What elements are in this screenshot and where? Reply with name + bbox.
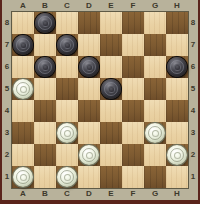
square-a2[interactable]: [12, 144, 34, 166]
checkers-board-window: ABCDEFGH ABCDEFGH 87654321 87654321: [0, 0, 200, 204]
square-b8[interactable]: [34, 12, 56, 34]
file-label: H: [166, 0, 188, 12]
square-c7[interactable]: [56, 34, 78, 56]
white-checker-c3[interactable]: [57, 123, 77, 143]
square-g7[interactable]: [144, 34, 166, 56]
white-checker-h2[interactable]: [167, 145, 187, 165]
file-label: D: [78, 0, 100, 12]
white-checker-a5[interactable]: [13, 79, 33, 99]
square-b4[interactable]: [34, 100, 56, 122]
square-g8[interactable]: [144, 12, 166, 34]
square-f7[interactable]: [122, 34, 144, 56]
square-h7[interactable]: [166, 34, 188, 56]
square-c4[interactable]: [56, 100, 78, 122]
rank-labels-right: 87654321: [188, 12, 198, 188]
rank-label: 4: [188, 100, 198, 122]
square-f1[interactable]: [122, 166, 144, 188]
rank-label: 8: [2, 12, 12, 34]
square-f6[interactable]: [122, 56, 144, 78]
square-a3[interactable]: [12, 122, 34, 144]
file-labels-top: ABCDEFGH: [12, 0, 188, 12]
file-label: F: [122, 0, 144, 12]
file-label: B: [34, 0, 56, 12]
rank-label: 3: [188, 122, 198, 144]
square-d1[interactable]: [78, 166, 100, 188]
square-f8[interactable]: [122, 12, 144, 34]
rank-label: 2: [2, 144, 12, 166]
file-label: E: [100, 0, 122, 12]
square-h4[interactable]: [166, 100, 188, 122]
square-d4[interactable]: [78, 100, 100, 122]
square-a7[interactable]: [12, 34, 34, 56]
rank-label: 3: [2, 122, 12, 144]
black-checker-e5[interactable]: [101, 79, 121, 99]
white-checker-c1[interactable]: [57, 167, 77, 187]
square-a6[interactable]: [12, 56, 34, 78]
square-f3[interactable]: [122, 122, 144, 144]
square-a8[interactable]: [12, 12, 34, 34]
black-checker-d6[interactable]: [79, 57, 99, 77]
square-f5[interactable]: [122, 78, 144, 100]
square-g6[interactable]: [144, 56, 166, 78]
rank-label: 5: [188, 78, 198, 100]
rank-label: 5: [2, 78, 12, 100]
square-h6[interactable]: [166, 56, 188, 78]
file-label: D: [78, 188, 100, 200]
square-b1[interactable]: [34, 166, 56, 188]
square-a1[interactable]: [12, 166, 34, 188]
square-h3[interactable]: [166, 122, 188, 144]
square-d6[interactable]: [78, 56, 100, 78]
square-g1[interactable]: [144, 166, 166, 188]
square-d7[interactable]: [78, 34, 100, 56]
square-c3[interactable]: [56, 122, 78, 144]
black-checker-h6[interactable]: [167, 57, 187, 77]
rank-label: 7: [2, 34, 12, 56]
file-label: C: [56, 0, 78, 12]
square-e2[interactable]: [100, 144, 122, 166]
square-c8[interactable]: [56, 12, 78, 34]
file-label: E: [100, 188, 122, 200]
square-d5[interactable]: [78, 78, 100, 100]
square-e4[interactable]: [100, 100, 122, 122]
square-c6[interactable]: [56, 56, 78, 78]
square-g2[interactable]: [144, 144, 166, 166]
white-checker-d2[interactable]: [79, 145, 99, 165]
board-frame: ABCDEFGH ABCDEFGH 87654321 87654321: [2, 0, 198, 200]
square-g3[interactable]: [144, 122, 166, 144]
file-label: B: [34, 188, 56, 200]
square-c2[interactable]: [56, 144, 78, 166]
square-h2[interactable]: [166, 144, 188, 166]
rank-label: 4: [2, 100, 12, 122]
square-a5[interactable]: [12, 78, 34, 100]
square-d2[interactable]: [78, 144, 100, 166]
square-h1[interactable]: [166, 166, 188, 188]
square-b2[interactable]: [34, 144, 56, 166]
square-e3[interactable]: [100, 122, 122, 144]
square-e5[interactable]: [100, 78, 122, 100]
rank-labels-left: 87654321: [2, 12, 12, 188]
square-c1[interactable]: [56, 166, 78, 188]
square-g5[interactable]: [144, 78, 166, 100]
square-e8[interactable]: [100, 12, 122, 34]
square-h8[interactable]: [166, 12, 188, 34]
square-c5[interactable]: [56, 78, 78, 100]
rank-label: 6: [188, 56, 198, 78]
square-d8[interactable]: [78, 12, 100, 34]
square-f4[interactable]: [122, 100, 144, 122]
rank-label: 1: [2, 166, 12, 188]
black-checker-c7[interactable]: [57, 35, 77, 55]
square-b3[interactable]: [34, 122, 56, 144]
black-checker-b8[interactable]: [35, 13, 55, 33]
rank-label: 8: [188, 12, 198, 34]
file-label: C: [56, 188, 78, 200]
file-label: G: [144, 0, 166, 12]
square-h5[interactable]: [166, 78, 188, 100]
board: [12, 12, 188, 188]
file-labels-bottom: ABCDEFGH: [12, 188, 188, 200]
white-checker-a1[interactable]: [13, 167, 33, 187]
rank-label: 6: [2, 56, 12, 78]
square-e6[interactable]: [100, 56, 122, 78]
square-a4[interactable]: [12, 100, 34, 122]
file-label: A: [12, 188, 34, 200]
square-d3[interactable]: [78, 122, 100, 144]
black-checker-a7[interactable]: [13, 35, 33, 55]
black-checker-b6[interactable]: [35, 57, 55, 77]
file-label: H: [166, 188, 188, 200]
square-b6[interactable]: [34, 56, 56, 78]
square-e1[interactable]: [100, 166, 122, 188]
file-label: G: [144, 188, 166, 200]
square-b7[interactable]: [34, 34, 56, 56]
rank-label: 2: [188, 144, 198, 166]
rank-label: 1: [188, 166, 198, 188]
rank-label: 7: [188, 34, 198, 56]
white-checker-g3[interactable]: [145, 123, 165, 143]
square-g4[interactable]: [144, 100, 166, 122]
file-label: A: [12, 0, 34, 12]
square-e7[interactable]: [100, 34, 122, 56]
file-label: F: [122, 188, 144, 200]
square-f2[interactable]: [122, 144, 144, 166]
square-b5[interactable]: [34, 78, 56, 100]
